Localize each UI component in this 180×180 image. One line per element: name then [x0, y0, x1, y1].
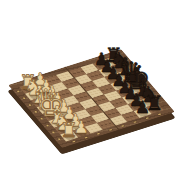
frame-stud-icon	[146, 117, 149, 119]
board-frame: ♜♞♝♛♚♝♞♜♟♟♟♟♟♟♟♟♟♟♟♟♟♟♟♟♜♞♝♛♚♝♞♜	[8, 49, 175, 148]
photo-canvas: ♜♞♝♛♚♝♞♜♟♟♟♟♟♟♟♟♟♟♟♟♟♟♟♟♜♞♝♛♚♝♞♜	[0, 0, 180, 180]
frame-stud-icon	[133, 121, 136, 123]
square-h1: ♜	[60, 131, 78, 142]
frame-stud-icon	[109, 129, 112, 131]
frame-stud-icon	[97, 133, 100, 135]
frame-stud-icon	[121, 125, 124, 127]
frame-stud-icon	[84, 137, 87, 139]
black-pawn-glyph: ♟	[135, 99, 150, 116]
white-rook-glyph: ♜	[60, 120, 78, 140]
square-h7: ♟	[134, 107, 152, 118]
